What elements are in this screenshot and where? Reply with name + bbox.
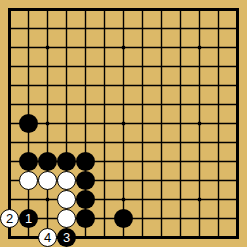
black-stone bbox=[114, 209, 133, 228]
intersection-1-5[interactable] bbox=[0, 76, 19, 95]
intersection-5-3[interactable] bbox=[76, 38, 95, 57]
black-stone bbox=[76, 190, 95, 209]
intersection-11-11[interactable] bbox=[190, 190, 209, 209]
intersection-1-7[interactable] bbox=[0, 114, 19, 133]
intersection-4-5[interactable] bbox=[57, 76, 76, 95]
intersection-12-13[interactable] bbox=[209, 228, 228, 247]
black-stone bbox=[57, 152, 76, 171]
intersection-7-10[interactable] bbox=[114, 171, 133, 190]
intersection-12-1[interactable] bbox=[209, 0, 228, 19]
intersection-9-1[interactable] bbox=[152, 0, 171, 19]
intersection-2-8[interactable] bbox=[19, 133, 38, 152]
intersection-13-10[interactable] bbox=[228, 171, 247, 190]
intersection-1-3[interactable] bbox=[0, 38, 19, 57]
intersection-3-3[interactable] bbox=[38, 38, 57, 57]
intersection-9-6[interactable] bbox=[152, 95, 171, 114]
intersection-12-3[interactable] bbox=[209, 38, 228, 57]
intersection-10-4[interactable] bbox=[171, 57, 190, 76]
intersection-8-8[interactable] bbox=[133, 133, 152, 152]
intersection-1-6[interactable] bbox=[0, 95, 19, 114]
intersection-9-4[interactable] bbox=[152, 57, 171, 76]
intersection-9-3[interactable] bbox=[152, 38, 171, 57]
intersection-8-4[interactable] bbox=[133, 57, 152, 76]
intersection-7-7[interactable] bbox=[114, 114, 133, 133]
intersection-5-13[interactable] bbox=[76, 228, 95, 247]
intersection-13-2[interactable] bbox=[228, 19, 247, 38]
intersection-7-2[interactable] bbox=[114, 19, 133, 38]
intersection-9-9[interactable] bbox=[152, 152, 171, 171]
white-stone bbox=[38, 171, 57, 190]
intersection-1-12[interactable]: 2 bbox=[0, 209, 19, 228]
intersection-2-9[interactable] bbox=[19, 152, 38, 171]
intersection-10-10[interactable] bbox=[171, 171, 190, 190]
intersection-10-1[interactable] bbox=[171, 0, 190, 19]
intersection-12-10[interactable] bbox=[209, 171, 228, 190]
intersection-4-8[interactable] bbox=[57, 133, 76, 152]
intersection-13-5[interactable] bbox=[228, 76, 247, 95]
intersection-13-1[interactable] bbox=[228, 0, 247, 19]
intersection-13-12[interactable] bbox=[228, 209, 247, 228]
intersection-8-7[interactable] bbox=[133, 114, 152, 133]
intersection-6-10[interactable] bbox=[95, 171, 114, 190]
intersection-10-3[interactable] bbox=[171, 38, 190, 57]
intersection-8-11[interactable] bbox=[133, 190, 152, 209]
black-stone bbox=[19, 152, 38, 171]
intersection-12-6[interactable] bbox=[209, 95, 228, 114]
intersection-5-8[interactable] bbox=[76, 133, 95, 152]
intersection-8-2[interactable] bbox=[133, 19, 152, 38]
intersection-7-8[interactable] bbox=[114, 133, 133, 152]
intersection-7-3[interactable] bbox=[114, 38, 133, 57]
intersection-4-13[interactable]: 3 bbox=[57, 228, 76, 247]
intersection-10-8[interactable] bbox=[171, 133, 190, 152]
intersection-10-7[interactable] bbox=[171, 114, 190, 133]
intersection-4-7[interactable] bbox=[57, 114, 76, 133]
black-stone bbox=[76, 171, 95, 190]
intersection-4-10[interactable] bbox=[57, 171, 76, 190]
intersection-2-12[interactable]: 1 bbox=[19, 209, 38, 228]
intersection-3-5[interactable] bbox=[38, 76, 57, 95]
intersection-5-4[interactable] bbox=[76, 57, 95, 76]
intersection-2-1[interactable] bbox=[19, 0, 38, 19]
intersection-8-12[interactable] bbox=[133, 209, 152, 228]
white-stone bbox=[19, 171, 38, 190]
intersection-8-5[interactable] bbox=[133, 76, 152, 95]
intersection-6-13[interactable] bbox=[95, 228, 114, 247]
intersection-11-7[interactable] bbox=[190, 114, 209, 133]
intersection-3-7[interactable] bbox=[38, 114, 57, 133]
intersection-6-5[interactable] bbox=[95, 76, 114, 95]
intersection-9-12[interactable] bbox=[152, 209, 171, 228]
intersection-5-9[interactable] bbox=[76, 152, 95, 171]
intersection-8-3[interactable] bbox=[133, 38, 152, 57]
intersection-9-5[interactable] bbox=[152, 76, 171, 95]
intersection-13-7[interactable] bbox=[228, 114, 247, 133]
intersection-12-7[interactable] bbox=[209, 114, 228, 133]
intersection-10-6[interactable] bbox=[171, 95, 190, 114]
intersection-1-13[interactable] bbox=[0, 228, 19, 247]
intersection-3-9[interactable] bbox=[38, 152, 57, 171]
black-stone: 1 bbox=[19, 209, 38, 228]
intersection-6-6[interactable] bbox=[95, 95, 114, 114]
intersection-8-9[interactable] bbox=[133, 152, 152, 171]
intersection-6-3[interactable] bbox=[95, 38, 114, 57]
intersection-3-12[interactable] bbox=[38, 209, 57, 228]
intersection-4-4[interactable] bbox=[57, 57, 76, 76]
intersection-11-10[interactable] bbox=[190, 171, 209, 190]
intersection-13-8[interactable] bbox=[228, 133, 247, 152]
intersection-10-13[interactable] bbox=[171, 228, 190, 247]
intersection-12-9[interactable] bbox=[209, 152, 228, 171]
intersection-6-1[interactable] bbox=[95, 0, 114, 19]
black-stone bbox=[19, 114, 38, 133]
intersection-3-8[interactable] bbox=[38, 133, 57, 152]
board-intersections: 2143 bbox=[0, 0, 247, 247]
intersection-1-2[interactable] bbox=[0, 19, 19, 38]
white-stone bbox=[57, 171, 76, 190]
intersection-4-3[interactable] bbox=[57, 38, 76, 57]
intersection-8-1[interactable] bbox=[133, 0, 152, 19]
intersection-9-7[interactable] bbox=[152, 114, 171, 133]
intersection-2-2[interactable] bbox=[19, 19, 38, 38]
intersection-3-6[interactable] bbox=[38, 95, 57, 114]
intersection-2-13[interactable] bbox=[19, 228, 38, 247]
intersection-13-11[interactable] bbox=[228, 190, 247, 209]
intersection-7-13[interactable] bbox=[114, 228, 133, 247]
intersection-9-13[interactable] bbox=[152, 228, 171, 247]
intersection-6-9[interactable] bbox=[95, 152, 114, 171]
intersection-2-10[interactable] bbox=[19, 171, 38, 190]
intersection-12-2[interactable] bbox=[209, 19, 228, 38]
intersection-12-5[interactable] bbox=[209, 76, 228, 95]
intersection-10-9[interactable] bbox=[171, 152, 190, 171]
black-stone bbox=[76, 152, 95, 171]
intersection-1-8[interactable] bbox=[0, 133, 19, 152]
intersection-8-13[interactable] bbox=[133, 228, 152, 247]
intersection-12-4[interactable] bbox=[209, 57, 228, 76]
intersection-4-6[interactable] bbox=[57, 95, 76, 114]
intersection-11-4[interactable] bbox=[190, 57, 209, 76]
intersection-3-11[interactable] bbox=[38, 190, 57, 209]
black-stone bbox=[76, 209, 95, 228]
intersection-6-8[interactable] bbox=[95, 133, 114, 152]
intersection-4-11[interactable] bbox=[57, 190, 76, 209]
intersection-13-4[interactable] bbox=[228, 57, 247, 76]
intersection-2-7[interactable] bbox=[19, 114, 38, 133]
white-stone: 4 bbox=[38, 228, 57, 247]
intersection-1-9[interactable] bbox=[0, 152, 19, 171]
intersection-7-11[interactable] bbox=[114, 190, 133, 209]
move-number-label: 3 bbox=[63, 231, 70, 244]
intersection-11-6[interactable] bbox=[190, 95, 209, 114]
move-number-label: 4 bbox=[44, 231, 51, 244]
intersection-9-2[interactable] bbox=[152, 19, 171, 38]
intersection-5-2[interactable] bbox=[76, 19, 95, 38]
intersection-9-8[interactable] bbox=[152, 133, 171, 152]
intersection-5-1[interactable] bbox=[76, 0, 95, 19]
intersection-6-7[interactable] bbox=[95, 114, 114, 133]
intersection-2-4[interactable] bbox=[19, 57, 38, 76]
intersection-5-12[interactable] bbox=[76, 209, 95, 228]
intersection-5-5[interactable] bbox=[76, 76, 95, 95]
white-stone: 2 bbox=[0, 209, 19, 228]
intersection-5-7[interactable] bbox=[76, 114, 95, 133]
intersection-7-1[interactable] bbox=[114, 0, 133, 19]
intersection-12-8[interactable] bbox=[209, 133, 228, 152]
intersection-2-5[interactable] bbox=[19, 76, 38, 95]
intersection-12-12[interactable] bbox=[209, 209, 228, 228]
intersection-6-12[interactable] bbox=[95, 209, 114, 228]
intersection-4-1[interactable] bbox=[57, 0, 76, 19]
intersection-7-4[interactable] bbox=[114, 57, 133, 76]
intersection-6-2[interactable] bbox=[95, 19, 114, 38]
intersection-2-3[interactable] bbox=[19, 38, 38, 57]
intersection-2-6[interactable] bbox=[19, 95, 38, 114]
intersection-1-10[interactable] bbox=[0, 171, 19, 190]
move-number-label: 2 bbox=[6, 212, 13, 225]
intersection-7-5[interactable] bbox=[114, 76, 133, 95]
intersection-10-11[interactable] bbox=[171, 190, 190, 209]
intersection-8-6[interactable] bbox=[133, 95, 152, 114]
intersection-11-2[interactable] bbox=[190, 19, 209, 38]
intersection-11-13[interactable] bbox=[190, 228, 209, 247]
intersection-11-12[interactable] bbox=[190, 209, 209, 228]
intersection-3-1[interactable] bbox=[38, 0, 57, 19]
intersection-6-11[interactable] bbox=[95, 190, 114, 209]
intersection-11-1[interactable] bbox=[190, 0, 209, 19]
intersection-7-9[interactable] bbox=[114, 152, 133, 171]
black-stone: 3 bbox=[57, 228, 76, 247]
intersection-13-13[interactable] bbox=[228, 228, 247, 247]
intersection-2-11[interactable] bbox=[19, 190, 38, 209]
intersection-13-6[interactable] bbox=[228, 95, 247, 114]
intersection-4-2[interactable] bbox=[57, 19, 76, 38]
black-stone bbox=[38, 152, 57, 171]
intersection-5-10[interactable] bbox=[76, 171, 95, 190]
move-number-label: 1 bbox=[25, 212, 32, 225]
intersection-13-9[interactable] bbox=[228, 152, 247, 171]
intersection-7-6[interactable] bbox=[114, 95, 133, 114]
intersection-11-8[interactable] bbox=[190, 133, 209, 152]
intersection-3-10[interactable] bbox=[38, 171, 57, 190]
intersection-7-12[interactable] bbox=[114, 209, 133, 228]
intersection-9-11[interactable] bbox=[152, 190, 171, 209]
white-stone bbox=[57, 190, 76, 209]
intersection-11-9[interactable] bbox=[190, 152, 209, 171]
intersection-13-3[interactable] bbox=[228, 38, 247, 57]
intersection-10-12[interactable] bbox=[171, 209, 190, 228]
intersection-3-2[interactable] bbox=[38, 19, 57, 38]
intersection-10-5[interactable] bbox=[171, 76, 190, 95]
intersection-5-11[interactable] bbox=[76, 190, 95, 209]
intersection-8-10[interactable] bbox=[133, 171, 152, 190]
intersection-11-3[interactable] bbox=[190, 38, 209, 57]
intersection-6-4[interactable] bbox=[95, 57, 114, 76]
intersection-12-11[interactable] bbox=[209, 190, 228, 209]
white-stone bbox=[57, 209, 76, 228]
intersection-9-10[interactable] bbox=[152, 171, 171, 190]
intersection-1-11[interactable] bbox=[0, 190, 19, 209]
intersection-1-4[interactable] bbox=[0, 57, 19, 76]
intersection-11-5[interactable] bbox=[190, 76, 209, 95]
intersection-10-2[interactable] bbox=[171, 19, 190, 38]
intersection-3-13[interactable]: 4 bbox=[38, 228, 57, 247]
intersection-4-12[interactable] bbox=[57, 209, 76, 228]
intersection-1-1[interactable] bbox=[0, 0, 19, 19]
go-board: 2143 bbox=[0, 0, 247, 247]
intersection-4-9[interactable] bbox=[57, 152, 76, 171]
intersection-5-6[interactable] bbox=[76, 95, 95, 114]
intersection-3-4[interactable] bbox=[38, 57, 57, 76]
